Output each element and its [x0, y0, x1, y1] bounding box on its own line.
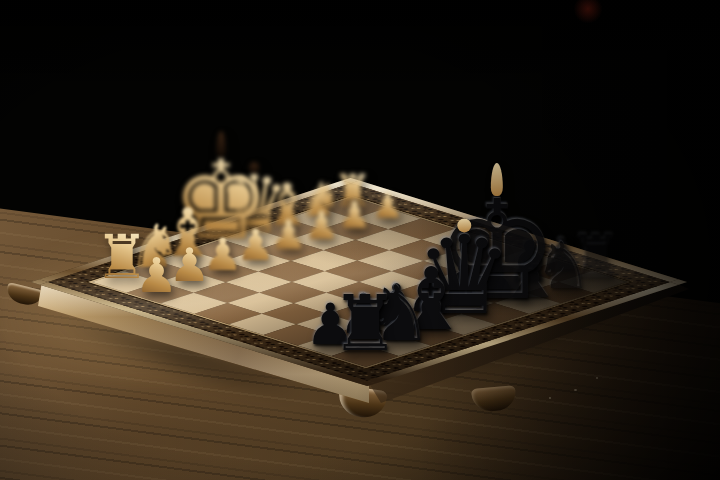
- pawn-glyph: ♟: [338, 197, 372, 234]
- pawn-glyph: ♟: [372, 188, 404, 224]
- pawn-glyph: ♟: [135, 251, 178, 299]
- king-spike-finial: [491, 163, 503, 196]
- black-rook: ♜: [331, 286, 400, 363]
- rook-glyph: ♜: [331, 286, 400, 363]
- pawn-glyph: ♟: [270, 215, 307, 256]
- white-pawn: ♟: [270, 215, 307, 256]
- white-pawn: ♟: [135, 251, 178, 299]
- white-pawn: ♟: [304, 206, 339, 245]
- pawn-glyph: ♟: [304, 206, 339, 245]
- king-spike-finial: [216, 131, 225, 157]
- chess-set-photo: ♜♞♝♚♛♝♞♜♟♟♟♟♟♟♟♟♟♟♟♟♟♟♟♟♜♞♝♛♚♝♞♜: [0, 0, 720, 480]
- white-pawn: ♟: [338, 197, 372, 234]
- white-pawn: ♟: [372, 188, 404, 224]
- piece-layer: ♜♞♝♚♛♝♞♜♟♟♟♟♟♟♟♟♟♟♟♟♟♟♟♟♜♞♝♛♚♝♞♜: [0, 0, 720, 480]
